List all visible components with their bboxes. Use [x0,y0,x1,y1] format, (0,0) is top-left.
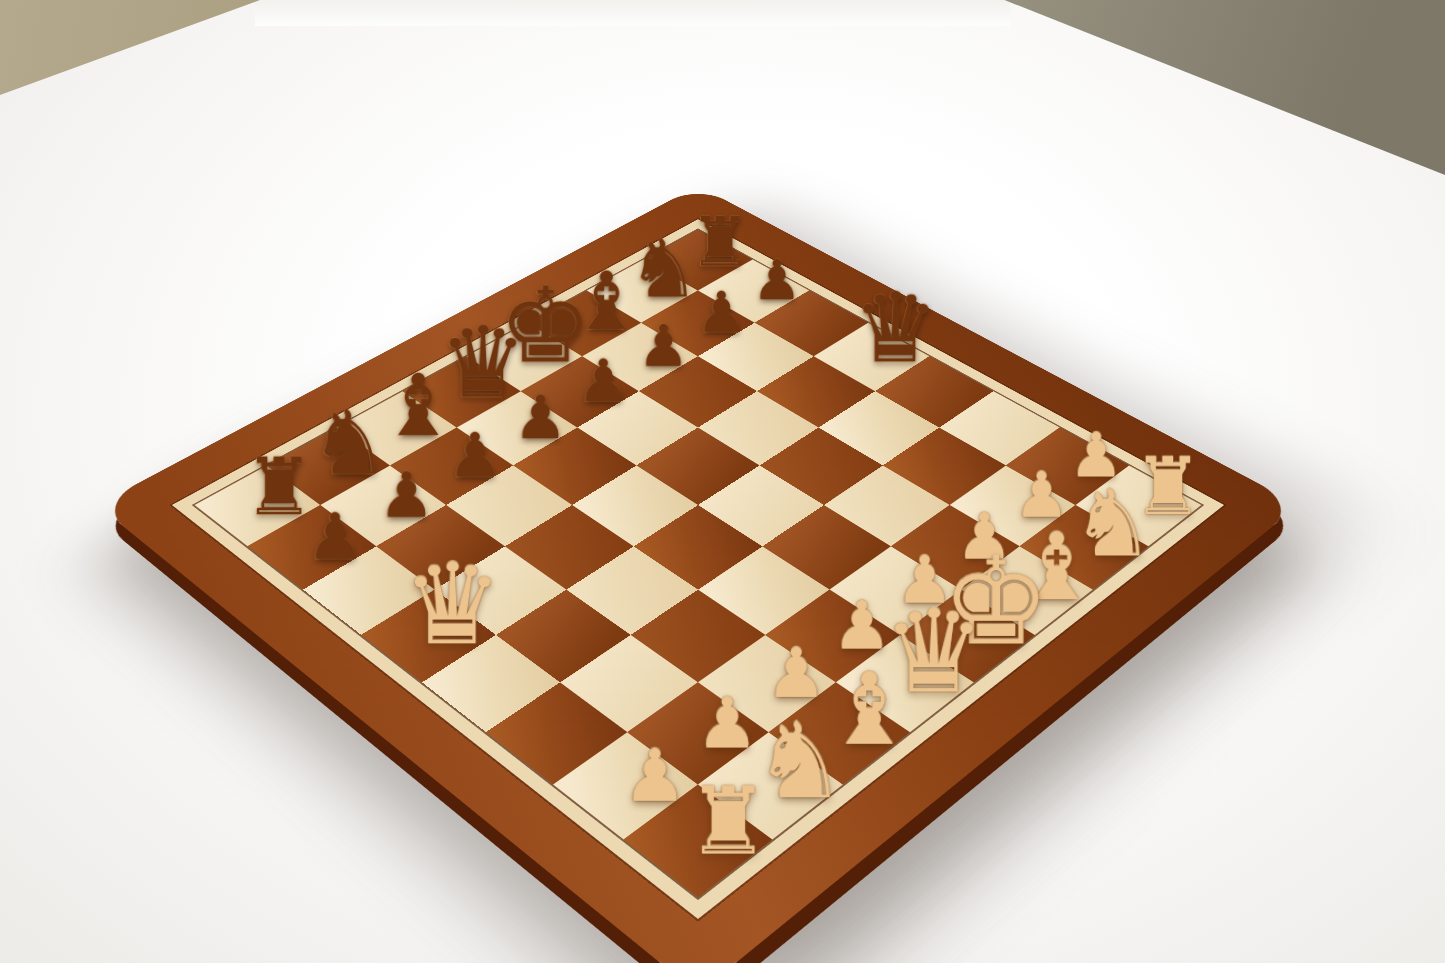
white-rook-glyph: ♜ [686,780,769,866]
board-border: ♜♞♝♛♚♝♞♜♟♟♟♟♟♟♟♟♛♛♟♟♟♟♟♟♟♟♜♞♝♛♚♝♞♜ [97,186,1299,963]
piece-black-queen[interactable]: ♛ [814,323,930,391]
black-pawn-glyph: ♟ [447,427,502,483]
wall-corner-right [1000,0,1445,175]
piece-black-rook[interactable]: ♜ [195,465,321,546]
black-pawn-glyph: ♟ [577,354,630,408]
white-queen-glyph: ♛ [402,554,503,657]
black-pawn-glyph: ♟ [378,466,434,524]
black-rook-glyph: ♜ [244,452,315,524]
wall-seam [255,0,1010,26]
black-bishop-glyph: ♝ [380,367,456,445]
board-grid: ♜♞♝♛♚♝♞♜♟♟♟♟♟♟♟♟♛♛♟♟♟♟♟♟♟♟♜♞♝♛♚♝♞♜ [195,230,1202,898]
square-a8[interactable]: ♜ [195,465,321,546]
black-pawn-glyph: ♟ [696,286,747,338]
wall-corner-left [0,0,260,95]
white-pawn-glyph: ♟ [696,691,759,756]
white-pawn-glyph: ♟ [622,743,687,809]
white-pawn-glyph: ♟ [765,642,827,705]
black-queen-glyph: ♛ [852,285,938,374]
black-pawn-glyph: ♟ [306,507,363,566]
chessboard: ♜♞♝♛♚♝♞♜♟♟♟♟♟♟♟♟♛♛♟♟♟♟♟♟♟♟♜♞♝♛♚♝♞♜ [97,186,1299,963]
black-pawn-glyph: ♟ [752,255,802,306]
black-pawn-glyph: ♟ [513,390,567,445]
black-pawn-glyph: ♟ [638,320,690,373]
square-h5[interactable]: ♛ [814,323,930,391]
